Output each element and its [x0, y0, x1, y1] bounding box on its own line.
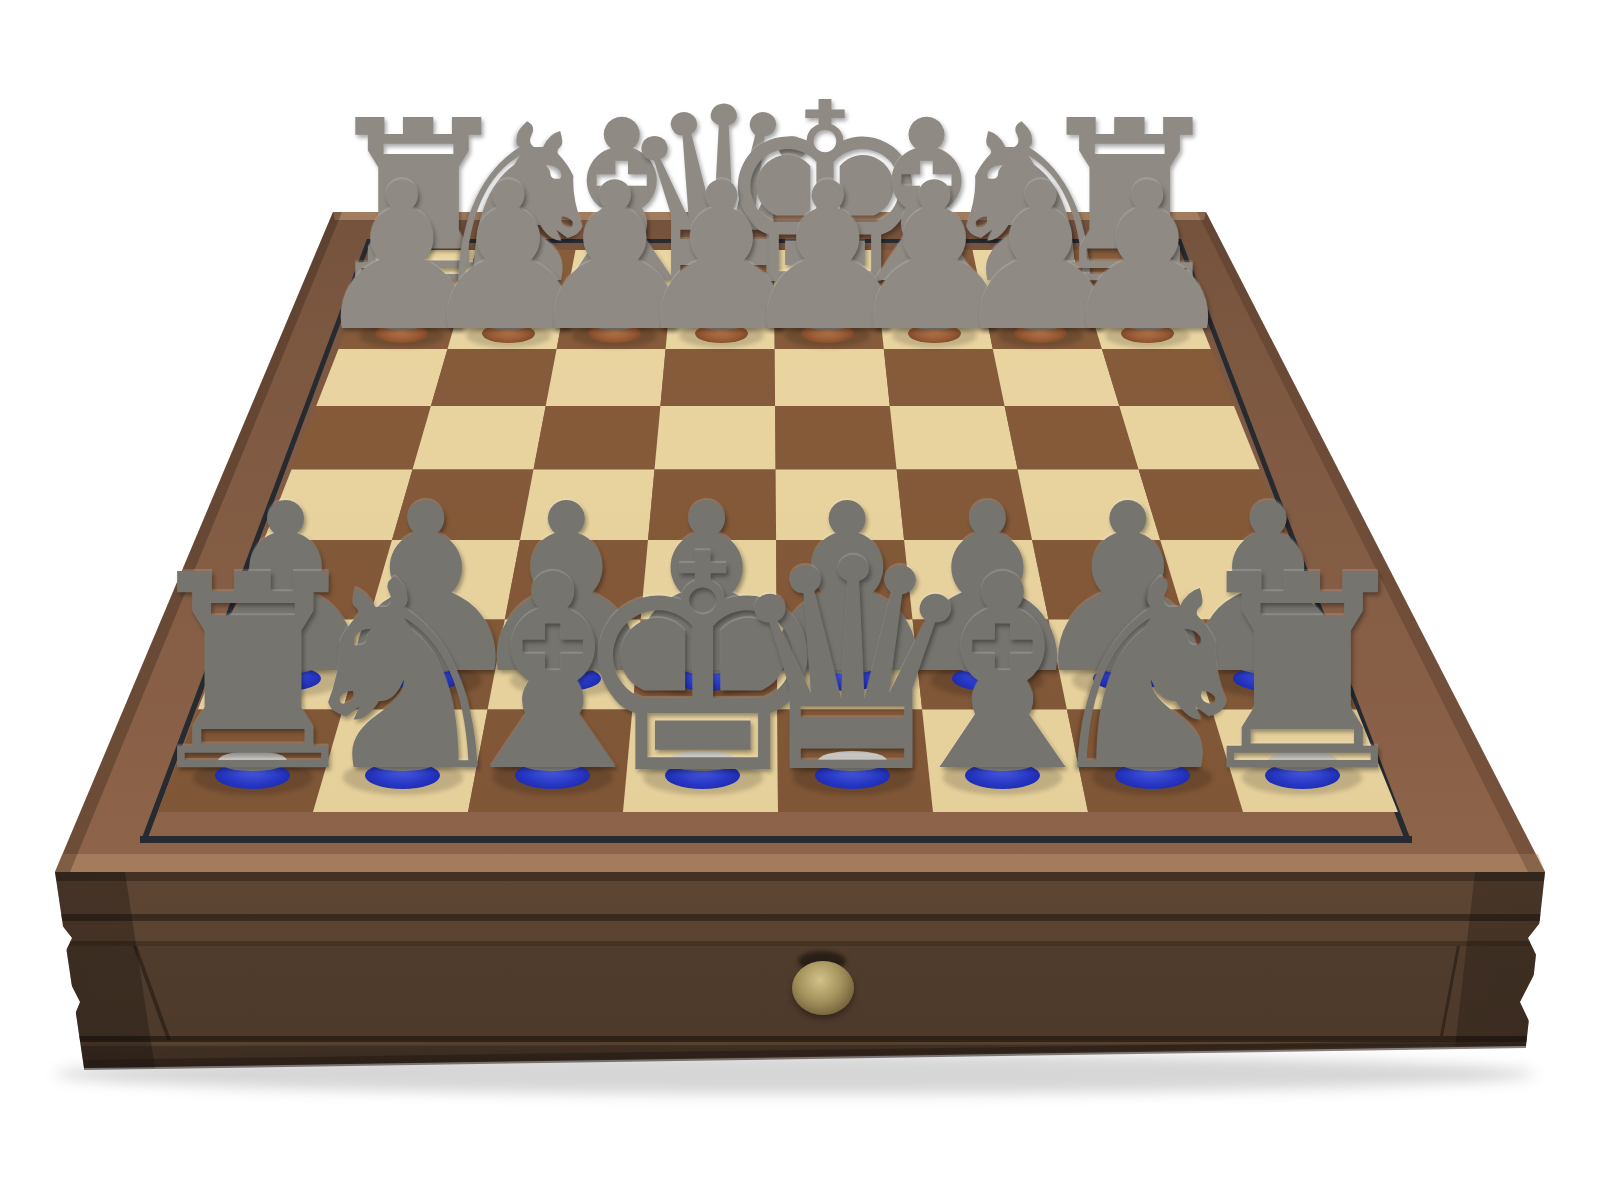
- rook-figure: ♜: [1182, 540, 1423, 809]
- piece-black-pawn-h7[interactable]: ♟: [1045, 156, 1249, 360]
- chess-set-photo: ♜♞♝♛♚♝♞♜♟♟♟♟♟♟♟♟♟♟♟♟♟♟♟♟♜♞♝♚♛♝♞♜: [0, 0, 1600, 1200]
- piece-white-rook-h1[interactable]: ♜: [1168, 540, 1437, 809]
- pawn-figure: ♟: [1056, 156, 1239, 360]
- drawer-knob[interactable]: [792, 961, 854, 1015]
